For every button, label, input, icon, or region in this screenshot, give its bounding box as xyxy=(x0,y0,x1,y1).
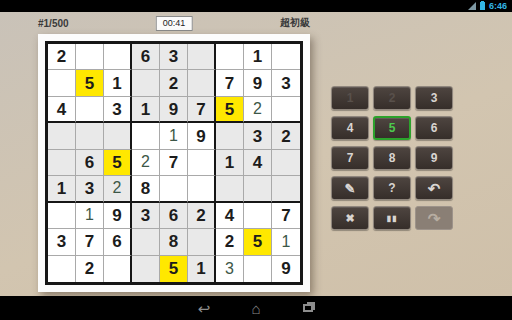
cell-r8c3[interactable]: 6 xyxy=(104,229,132,255)
cell-r7c7[interactable]: 4 xyxy=(216,203,244,229)
cell-r5c3[interactable]: 5 xyxy=(104,150,132,176)
cell-r4c8[interactable]: 3 xyxy=(244,123,272,149)
status-time: 6:46 xyxy=(489,0,507,12)
cell-r6c1[interactable]: 1 xyxy=(48,176,76,202)
cell-r4c3[interactable] xyxy=(104,123,132,149)
android-screen: 6:46 #1/500 00:41 超初級 263151279343197521… xyxy=(0,0,512,320)
recents-button[interactable] xyxy=(297,298,319,318)
key-5[interactable]: 5 xyxy=(373,116,411,140)
cell-r7c8[interactable] xyxy=(244,203,272,229)
cell-r3c5[interactable]: 9 xyxy=(160,97,188,123)
cell-r8c2[interactable]: 7 xyxy=(76,229,104,255)
game-header: #1/500 00:41 超初級 xyxy=(38,12,310,34)
cell-r2c1[interactable] xyxy=(48,70,76,96)
cell-r4c6[interactable]: 9 xyxy=(188,123,216,149)
cell-r7c4[interactable]: 3 xyxy=(132,203,160,229)
cell-r2c2[interactable]: 5 xyxy=(76,70,104,96)
cell-r8c1[interactable]: 3 xyxy=(48,229,76,255)
cell-r1c4[interactable]: 6 xyxy=(132,44,160,70)
key-8[interactable]: 8 xyxy=(373,146,411,170)
key-3[interactable]: 3 xyxy=(415,86,453,110)
sudoku-app: #1/500 00:41 超初級 26315127934319752193265… xyxy=(0,12,512,296)
cell-r6c4[interactable]: 8 xyxy=(132,176,160,202)
cell-r3c8[interactable]: 2 xyxy=(244,97,272,123)
back-icon: ↩ xyxy=(198,301,211,316)
cell-r1c1[interactable]: 2 xyxy=(48,44,76,70)
difficulty-label: 超初級 xyxy=(280,16,310,30)
cell-r5c7[interactable]: 1 xyxy=(216,150,244,176)
redo-icon: ↷ xyxy=(428,211,441,226)
cell-r2c7[interactable]: 7 xyxy=(216,70,244,96)
cell-r9c9[interactable]: 9 xyxy=(272,256,300,282)
cell-r6c8[interactable] xyxy=(244,176,272,202)
cell-r5c6[interactable] xyxy=(188,150,216,176)
timer[interactable]: 00:41 xyxy=(156,16,193,31)
cell-r9c6[interactable]: 1 xyxy=(188,256,216,282)
cell-r1c2[interactable] xyxy=(76,44,104,70)
pencil-icon: ✎ xyxy=(345,181,356,196)
cell-r9c2[interactable]: 2 xyxy=(76,256,104,282)
undo-button[interactable]: ↶ xyxy=(415,176,453,200)
cell-r3c4[interactable]: 1 xyxy=(132,97,160,123)
redo-button[interactable]: ↷ xyxy=(415,206,453,230)
cell-r7c1[interactable] xyxy=(48,203,76,229)
cell-r9c7[interactable]: 3 xyxy=(216,256,244,282)
delete-icon: ✖ xyxy=(345,212,354,225)
pause-icon: ▮▮ xyxy=(387,214,398,223)
cell-r9c8[interactable] xyxy=(244,256,272,282)
cell-r8c6[interactable] xyxy=(188,229,216,255)
cell-r9c3[interactable] xyxy=(104,256,132,282)
cell-r8c4[interactable] xyxy=(132,229,160,255)
cell-r3c3[interactable]: 3 xyxy=(104,97,132,123)
sudoku-grid: 2631512793431975219326527141328193624737… xyxy=(45,41,303,285)
cell-r3c9[interactable] xyxy=(272,97,300,123)
cell-r1c8[interactable]: 1 xyxy=(244,44,272,70)
cell-r9c5[interactable]: 5 xyxy=(160,256,188,282)
cell-r5c5[interactable]: 7 xyxy=(160,150,188,176)
signal-icon xyxy=(468,2,476,10)
cell-r4c2[interactable] xyxy=(76,123,104,149)
cell-r9c4[interactable] xyxy=(132,256,160,282)
navigation-bar: ↩ ⌂ xyxy=(0,296,512,320)
cell-r2c8[interactable]: 9 xyxy=(244,70,272,96)
cell-r1c9[interactable] xyxy=(272,44,300,70)
cell-r5c9[interactable] xyxy=(272,150,300,176)
back-button[interactable]: ↩ xyxy=(193,298,215,318)
home-button[interactable]: ⌂ xyxy=(245,298,267,318)
status-bar: 6:46 xyxy=(0,0,512,12)
cell-r9c1[interactable] xyxy=(48,256,76,282)
cell-r6c5[interactable] xyxy=(160,176,188,202)
board-sheet: 2631512793431975219326527141328193624737… xyxy=(38,34,310,292)
cell-r3c1[interactable]: 4 xyxy=(48,97,76,123)
cell-r2c4[interactable] xyxy=(132,70,160,96)
cell-r8c5[interactable]: 8 xyxy=(160,229,188,255)
key-7[interactable]: 7 xyxy=(331,146,369,170)
cell-r5c8[interactable]: 4 xyxy=(244,150,272,176)
key-4[interactable]: 4 xyxy=(331,116,369,140)
cell-r4c1[interactable] xyxy=(48,123,76,149)
cell-r3c7[interactable]: 5 xyxy=(216,97,244,123)
hint-button[interactable]: ? xyxy=(373,176,411,200)
cell-r2c6[interactable] xyxy=(188,70,216,96)
cell-r2c3[interactable]: 1 xyxy=(104,70,132,96)
cell-r2c5[interactable]: 2 xyxy=(160,70,188,96)
cell-r7c2[interactable]: 1 xyxy=(76,203,104,229)
cell-r2c9[interactable]: 3 xyxy=(272,70,300,96)
undo-icon: ↶ xyxy=(428,181,441,196)
cell-r7c9[interactable]: 7 xyxy=(272,203,300,229)
cell-r7c3[interactable]: 9 xyxy=(104,203,132,229)
cell-r8c8[interactable]: 5 xyxy=(244,229,272,255)
home-icon: ⌂ xyxy=(251,301,260,316)
puzzle-index: #1/500 xyxy=(38,18,69,29)
key-9[interactable]: 9 xyxy=(415,146,453,170)
cell-r3c6[interactable]: 7 xyxy=(188,97,216,123)
battery-icon xyxy=(480,2,485,10)
cell-r1c6[interactable] xyxy=(188,44,216,70)
pencil-button[interactable]: ✎ xyxy=(331,176,369,200)
key-2[interactable]: 2 xyxy=(373,86,411,110)
delete-button[interactable]: ✖ xyxy=(331,206,369,230)
cell-r1c3[interactable] xyxy=(104,44,132,70)
keypad: 123456789✎?↶✖▮▮↷ xyxy=(331,86,453,230)
cell-r4c7[interactable] xyxy=(216,123,244,149)
cell-r4c4[interactable] xyxy=(132,123,160,149)
cell-r5c2[interactable]: 6 xyxy=(76,150,104,176)
cell-r7c6[interactable]: 2 xyxy=(188,203,216,229)
key-1[interactable]: 1 xyxy=(331,86,369,110)
cell-r3c2[interactable] xyxy=(76,97,104,123)
cell-r8c7[interactable]: 2 xyxy=(216,229,244,255)
cell-r1c7[interactable] xyxy=(216,44,244,70)
cell-r6c7[interactable] xyxy=(216,176,244,202)
cell-r6c9[interactable] xyxy=(272,176,300,202)
cell-r6c6[interactable] xyxy=(188,176,216,202)
cell-r1c5[interactable]: 3 xyxy=(160,44,188,70)
cell-r4c9[interactable]: 2 xyxy=(272,123,300,149)
cell-r5c4[interactable]: 2 xyxy=(132,150,160,176)
key-6[interactable]: 6 xyxy=(415,116,453,140)
cell-r6c2[interactable]: 3 xyxy=(76,176,104,202)
cell-r5c1[interactable] xyxy=(48,150,76,176)
pause-button[interactable]: ▮▮ xyxy=(373,206,411,230)
hint-icon: ? xyxy=(388,181,395,195)
cell-r7c5[interactable]: 6 xyxy=(160,203,188,229)
cell-r8c9[interactable]: 1 xyxy=(272,229,300,255)
cell-r4c5[interactable]: 1 xyxy=(160,123,188,149)
cell-r6c3[interactable]: 2 xyxy=(104,176,132,202)
recents-icon xyxy=(303,304,313,312)
